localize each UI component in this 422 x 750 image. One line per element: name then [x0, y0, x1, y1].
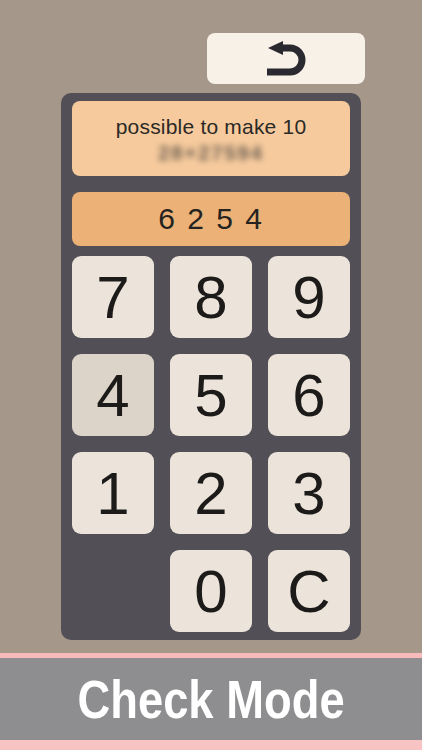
keypad: 7 8 9 4 5 6 1 2 3 0 C	[72, 256, 350, 632]
keypad-empty-cell	[72, 550, 154, 632]
key-6[interactable]: 6	[268, 354, 350, 436]
digits-display: 6 2 5 4	[72, 192, 350, 246]
check-mode-bar[interactable]: Check Mode	[0, 658, 422, 740]
key-8[interactable]: 8	[170, 256, 252, 338]
calculator-body: possible to make 10 28+27594 6 2 5 4 7 8…	[61, 93, 361, 640]
key-5[interactable]: 5	[170, 354, 252, 436]
key-4[interactable]: 4	[72, 354, 154, 436]
check-mode-label: Check Mode	[77, 668, 344, 730]
key-2[interactable]: 2	[170, 452, 252, 534]
app-screen: possible to make 10 28+27594 6 2 5 4 7 8…	[0, 0, 422, 750]
footer-bottom-accent-strip	[0, 740, 422, 750]
undo-arrow-icon	[260, 40, 312, 78]
key-1[interactable]: 1	[72, 452, 154, 534]
hint-display: possible to make 10 28+27594	[72, 101, 350, 176]
key-0[interactable]: 0	[170, 550, 252, 632]
key-clear[interactable]: C	[268, 550, 350, 632]
back-button[interactable]	[207, 33, 365, 84]
key-7[interactable]: 7	[72, 256, 154, 338]
key-9[interactable]: 9	[268, 256, 350, 338]
key-3[interactable]: 3	[268, 452, 350, 534]
masked-expression: 28+27594	[158, 142, 264, 165]
hint-text: possible to make 10	[72, 114, 350, 140]
